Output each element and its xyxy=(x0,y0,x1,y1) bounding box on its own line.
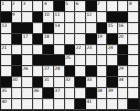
cell-r8c7[interactable]: 32 xyxy=(65,77,76,88)
cell-r3c8[interactable] xyxy=(75,23,86,34)
cell-r2c7[interactable] xyxy=(65,12,76,23)
cell-r8c2[interactable]: 30 xyxy=(12,77,23,88)
clue-number: 8 xyxy=(129,1,132,6)
clue-number: 34 xyxy=(118,77,123,82)
clue-number: 22 xyxy=(76,45,81,50)
cell-r4c13[interactable] xyxy=(128,34,139,45)
crossword-board: 1234567891011121314151617181920212223242… xyxy=(0,0,140,111)
block-cell-r8c4 xyxy=(33,77,44,88)
cell-r10c2[interactable] xyxy=(12,99,23,110)
cell-r1c12[interactable] xyxy=(118,1,129,12)
block-cell-r6c6 xyxy=(54,55,65,66)
block-cell-r6c2 xyxy=(12,55,23,66)
cell-r8c5[interactable]: 31 xyxy=(43,77,54,88)
cell-r10c12[interactable] xyxy=(118,99,129,110)
cell-r6c8[interactable] xyxy=(75,55,86,66)
clue-number: 13 xyxy=(2,23,7,28)
clue-number: 17 xyxy=(23,34,28,39)
cell-r10c9[interactable]: 41 xyxy=(86,99,97,110)
cell-r2c5[interactable]: 10 xyxy=(43,12,54,23)
cell-r1c10[interactable]: 7 xyxy=(97,1,108,12)
block-cell-r1c6 xyxy=(54,1,65,12)
cell-r9c1[interactable]: 35 xyxy=(1,88,12,99)
cell-r10c5[interactable] xyxy=(43,99,54,110)
cell-r7c3[interactable]: 26 xyxy=(22,66,33,77)
cell-r3c1[interactable]: 13 xyxy=(1,23,12,34)
clue-number: 16 xyxy=(118,23,123,28)
cell-r6c1[interactable] xyxy=(1,55,12,66)
cell-r10c10[interactable] xyxy=(97,99,108,110)
cell-r9c4[interactable]: 36 xyxy=(33,88,44,99)
cell-r7c4[interactable] xyxy=(33,66,44,77)
cell-r4c12[interactable]: 20 xyxy=(118,34,129,45)
block-cell-r4c9 xyxy=(86,34,97,45)
clue-number: 40 xyxy=(2,99,7,104)
block-cell-r8c8 xyxy=(75,77,86,88)
cell-r10c11[interactable] xyxy=(107,99,118,110)
cell-r1c8[interactable]: 6 xyxy=(75,1,86,12)
cell-r2c9[interactable]: 12 xyxy=(86,12,97,23)
cell-r7c13[interactable] xyxy=(128,66,139,77)
block-cell-r6c5 xyxy=(43,55,54,66)
clue-number: 41 xyxy=(86,99,91,104)
cell-r8c10[interactable] xyxy=(97,77,108,88)
cell-r4c10[interactable]: 19 xyxy=(97,34,108,45)
cell-r4c7[interactable] xyxy=(65,34,76,45)
cell-r10c7[interactable] xyxy=(65,99,76,110)
clue-number: 29 xyxy=(118,66,123,71)
clue-number: 37 xyxy=(55,88,60,93)
cell-r5c10[interactable] xyxy=(97,45,108,56)
clue-number: 24 xyxy=(108,45,113,50)
clue-number: 30 xyxy=(12,77,17,82)
cell-r5c13[interactable] xyxy=(128,45,139,56)
clue-number: 7 xyxy=(97,1,100,6)
cell-r7c1[interactable] xyxy=(1,66,12,77)
clue-number: 20 xyxy=(118,34,123,39)
block-cell-r3c5 xyxy=(43,23,54,34)
block-cell-r5c7 xyxy=(65,45,76,56)
cell-r9c6[interactable]: 37 xyxy=(54,88,65,99)
cell-r3c13[interactable] xyxy=(128,23,139,34)
cell-r2c10[interactable] xyxy=(97,12,108,23)
block-cell-r4c11 xyxy=(107,34,118,45)
cell-r3c7[interactable] xyxy=(65,23,76,34)
clue-number: 33 xyxy=(86,77,91,82)
cell-r3c12[interactable]: 16 xyxy=(118,23,129,34)
cell-r9c12[interactable] xyxy=(118,88,129,99)
clue-number: 26 xyxy=(23,66,28,71)
crossword-screenshot: 1234567891011121314151617181920212223242… xyxy=(0,0,140,111)
clue-number: 14 xyxy=(55,23,60,28)
cell-r6c11[interactable] xyxy=(107,55,118,66)
cell-r5c8[interactable]: 22 xyxy=(75,45,86,56)
cell-r4c3[interactable]: 17 xyxy=(22,34,33,45)
cell-r2c3[interactable] xyxy=(22,12,33,23)
cell-r9c7[interactable] xyxy=(65,88,76,99)
cell-r8c3[interactable] xyxy=(22,77,33,88)
clue-number: 9 xyxy=(12,12,15,17)
cell-r1c13[interactable]: 8 xyxy=(128,1,139,12)
cell-r5c1[interactable]: 21 xyxy=(1,45,12,56)
cell-r5c9[interactable]: 23 xyxy=(86,45,97,56)
block-cell-r8c1 xyxy=(1,77,12,88)
block-cell-r2c1 xyxy=(1,12,12,23)
cell-r6c9[interactable] xyxy=(86,55,97,66)
clue-number: 25 xyxy=(65,55,70,60)
cell-r10c1[interactable]: 40 xyxy=(1,99,12,110)
cell-r3c9[interactable] xyxy=(86,23,97,34)
block-cell-r7c2 xyxy=(12,66,23,77)
cell-r2c6[interactable]: 11 xyxy=(54,12,65,23)
clue-number: 28 xyxy=(55,66,60,71)
cell-r4c5[interactable]: 18 xyxy=(43,34,54,45)
cell-r1c11[interactable] xyxy=(107,1,118,12)
block-cell-r7c11 xyxy=(107,66,118,77)
cell-r8c13[interactable] xyxy=(128,77,139,88)
block-cell-r2c12 xyxy=(118,12,129,23)
cell-r7c10[interactable] xyxy=(97,66,108,77)
cell-r10c3[interactable] xyxy=(22,99,33,110)
cell-r7c5[interactable]: 27 xyxy=(43,66,54,77)
cell-r3c11[interactable]: 15 xyxy=(107,23,118,34)
cell-r8c9[interactable]: 33 xyxy=(86,77,97,88)
cell-r9c2[interactable] xyxy=(12,88,23,99)
cell-r3c6[interactable]: 14 xyxy=(54,23,65,34)
block-cell-r10c13 xyxy=(128,99,139,110)
block-cell-r7c7 xyxy=(65,66,76,77)
cell-r5c3[interactable] xyxy=(22,45,33,56)
clue-number: 21 xyxy=(2,45,7,50)
cell-r6c7[interactable]: 25 xyxy=(65,55,76,66)
cell-r7c8[interactable] xyxy=(75,66,86,77)
cell-r1c5[interactable]: 4 xyxy=(43,1,54,12)
block-cell-r6c4 xyxy=(33,55,44,66)
clue-number: 38 xyxy=(97,88,102,93)
block-cell-r4c2 xyxy=(12,34,23,45)
cell-r6c13[interactable] xyxy=(128,55,139,66)
clue-number: 31 xyxy=(44,77,49,82)
cell-r1c4[interactable] xyxy=(33,1,44,12)
block-cell-r8c11 xyxy=(107,77,118,88)
cell-r3c4[interactable] xyxy=(33,23,44,34)
cell-r4c1[interactable] xyxy=(1,34,12,45)
cell-r5c2[interactable] xyxy=(12,45,23,56)
cell-r9c8[interactable] xyxy=(75,88,86,99)
block-cell-r5c12 xyxy=(118,45,129,56)
cell-r9c3[interactable] xyxy=(22,88,33,99)
block-cell-r4c4 xyxy=(33,34,44,45)
clue-number: 36 xyxy=(33,88,38,93)
block-cell-r9c9 xyxy=(86,88,97,99)
cell-r9c11[interactable]: 39 xyxy=(107,88,118,99)
clue-number: 32 xyxy=(65,77,70,82)
clue-number: 27 xyxy=(44,66,49,71)
cell-r10c6[interactable] xyxy=(54,99,65,110)
cell-r2c8[interactable] xyxy=(75,12,86,23)
cell-r5c11[interactable]: 24 xyxy=(107,45,118,56)
cell-r9c10[interactable]: 38 xyxy=(97,88,108,99)
block-cell-r3c2 xyxy=(12,23,23,34)
clue-number: 6 xyxy=(76,1,79,6)
cell-r5c6[interactable] xyxy=(54,45,65,56)
cell-r9c13[interactable] xyxy=(128,88,139,99)
cell-r6c3[interactable] xyxy=(22,55,33,66)
cell-r4c8[interactable] xyxy=(75,34,86,45)
clue-number: 12 xyxy=(86,12,91,17)
clue-number: 5 xyxy=(65,1,68,6)
clue-number: 35 xyxy=(2,88,7,93)
block-cell-r7c9 xyxy=(86,66,97,77)
clue-number: 1 xyxy=(2,1,5,6)
clue-number: 18 xyxy=(44,34,49,39)
cell-r8c12[interactable]: 34 xyxy=(118,77,129,88)
cell-r1c3[interactable]: 3 xyxy=(22,1,33,12)
cell-r1c2[interactable]: 2 xyxy=(12,1,23,12)
clue-number: 2 xyxy=(12,1,15,6)
cell-r7c12[interactable]: 29 xyxy=(118,66,129,77)
cell-r6c10[interactable] xyxy=(97,55,108,66)
cell-r10c4[interactable] xyxy=(33,99,44,110)
block-cell-r9c5 xyxy=(43,88,54,99)
clue-number: 10 xyxy=(44,12,49,17)
cell-r1c1[interactable]: 1 xyxy=(1,1,12,12)
cell-r4c6[interactable] xyxy=(54,34,65,45)
clue-number: 23 xyxy=(86,45,91,50)
cell-r7c6[interactable]: 28 xyxy=(54,66,65,77)
clue-number: 3 xyxy=(23,1,26,6)
clue-number: 19 xyxy=(97,34,102,39)
block-cell-r10c8 xyxy=(75,99,86,110)
block-cell-r2c4 xyxy=(33,12,44,23)
block-cell-r3c10 xyxy=(97,23,108,34)
block-cell-r5c5 xyxy=(43,45,54,56)
block-cell-r1c9 xyxy=(86,1,97,12)
clue-number: 39 xyxy=(108,88,113,93)
clue-number: 4 xyxy=(44,1,47,6)
clue-number: 15 xyxy=(108,23,113,28)
block-cell-r3c3 xyxy=(22,23,33,34)
cell-r2c2[interactable]: 9 xyxy=(12,12,23,23)
cell-r5c4[interactable] xyxy=(33,45,44,56)
block-cell-r6c12 xyxy=(118,55,129,66)
cell-r2c13[interactable] xyxy=(128,12,139,23)
cell-r1c7[interactable]: 5 xyxy=(65,1,76,12)
cell-r8c6[interactable] xyxy=(54,77,65,88)
clue-number: 11 xyxy=(55,12,60,17)
block-cell-r2c11 xyxy=(107,12,118,23)
